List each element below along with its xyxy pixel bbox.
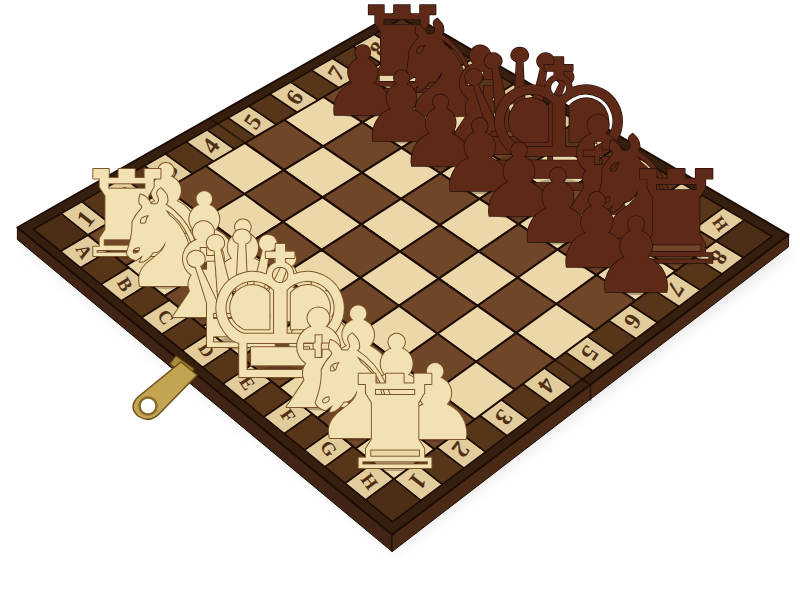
piece-white-rook-h1[interactable]: ♜ (337, 348, 453, 498)
piece-black-pawn-h7[interactable]: ♟ (589, 195, 682, 317)
photo-backdrop: ABCDEFGHABCDEFGH1234567812345678♜♞♝♛♚♝♞♜… (0, 0, 800, 609)
chess-board: ABCDEFGHABCDEFGH1234567812345678♜♞♝♛♚♝♞♜… (0, 0, 800, 609)
clasp-ring-hole (140, 398, 157, 415)
